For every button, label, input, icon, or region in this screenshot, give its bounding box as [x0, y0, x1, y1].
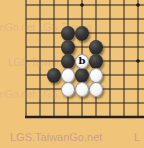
white-stone — [89, 68, 103, 83]
white-stone — [61, 82, 75, 97]
black-stone — [47, 68, 61, 83]
black-stone — [89, 54, 103, 69]
black-stone — [89, 40, 103, 55]
watermark-tile-fragment: L — [134, 131, 140, 143]
black-stone — [75, 26, 89, 41]
white-stone — [61, 68, 75, 83]
stone-layer: b — [19, 0, 144, 124]
white-stone — [75, 82, 89, 97]
white-stone — [89, 82, 103, 97]
stone-move-label: b — [79, 56, 86, 66]
watermark-main: LGS.TaiwanGo.net — [10, 131, 102, 143]
black-stone — [61, 26, 75, 41]
black-stone — [75, 68, 89, 83]
white-stone-label-b[interactable]: b — [75, 54, 89, 69]
black-stone — [61, 54, 75, 69]
go-problem-diagram: anGo.net LGS.Taiwan LGS.TaiwanGo.net anG… — [0, 0, 144, 148]
black-stone — [61, 40, 75, 55]
